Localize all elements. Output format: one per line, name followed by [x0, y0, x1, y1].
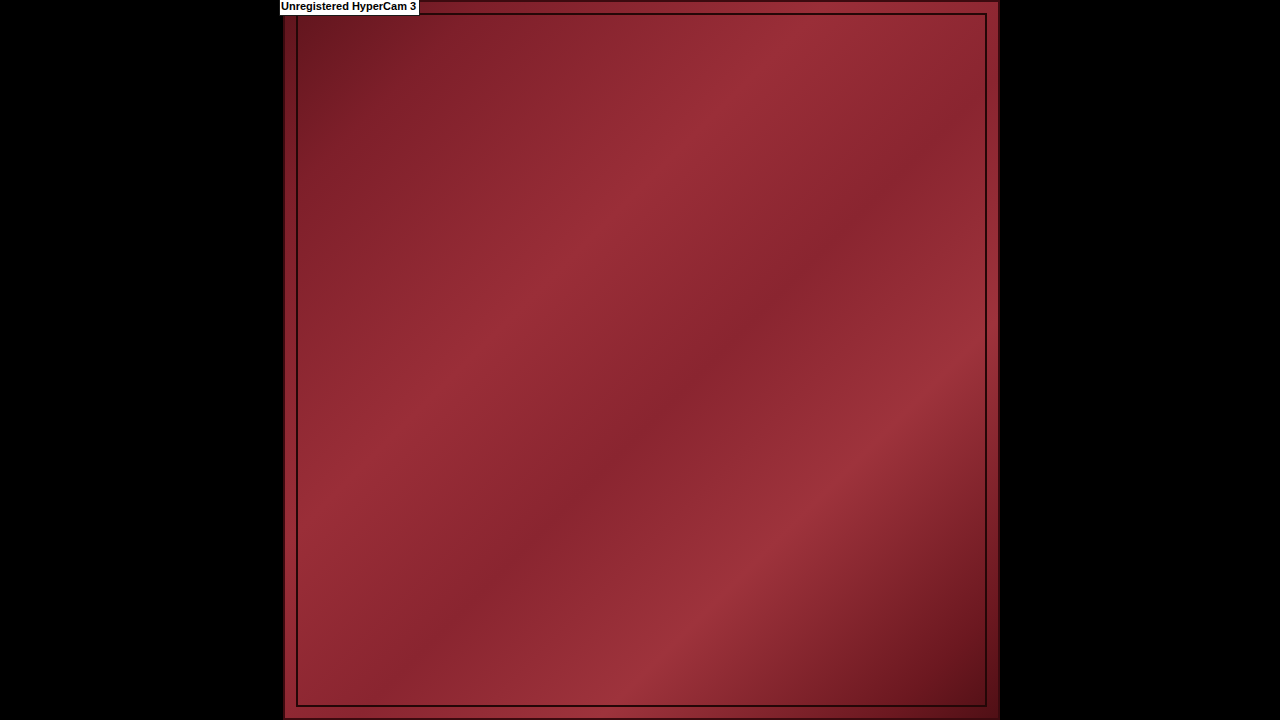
letterbox-right — [1000, 0, 1280, 720]
chess-board — [298, 15, 985, 705]
video-frame: Unregistered HyperCam 3 — [0, 0, 1280, 720]
hypercam-watermark: Unregistered HyperCam 3 — [279, 0, 420, 16]
letterbox-left — [0, 0, 283, 720]
board-frame — [283, 0, 1000, 720]
